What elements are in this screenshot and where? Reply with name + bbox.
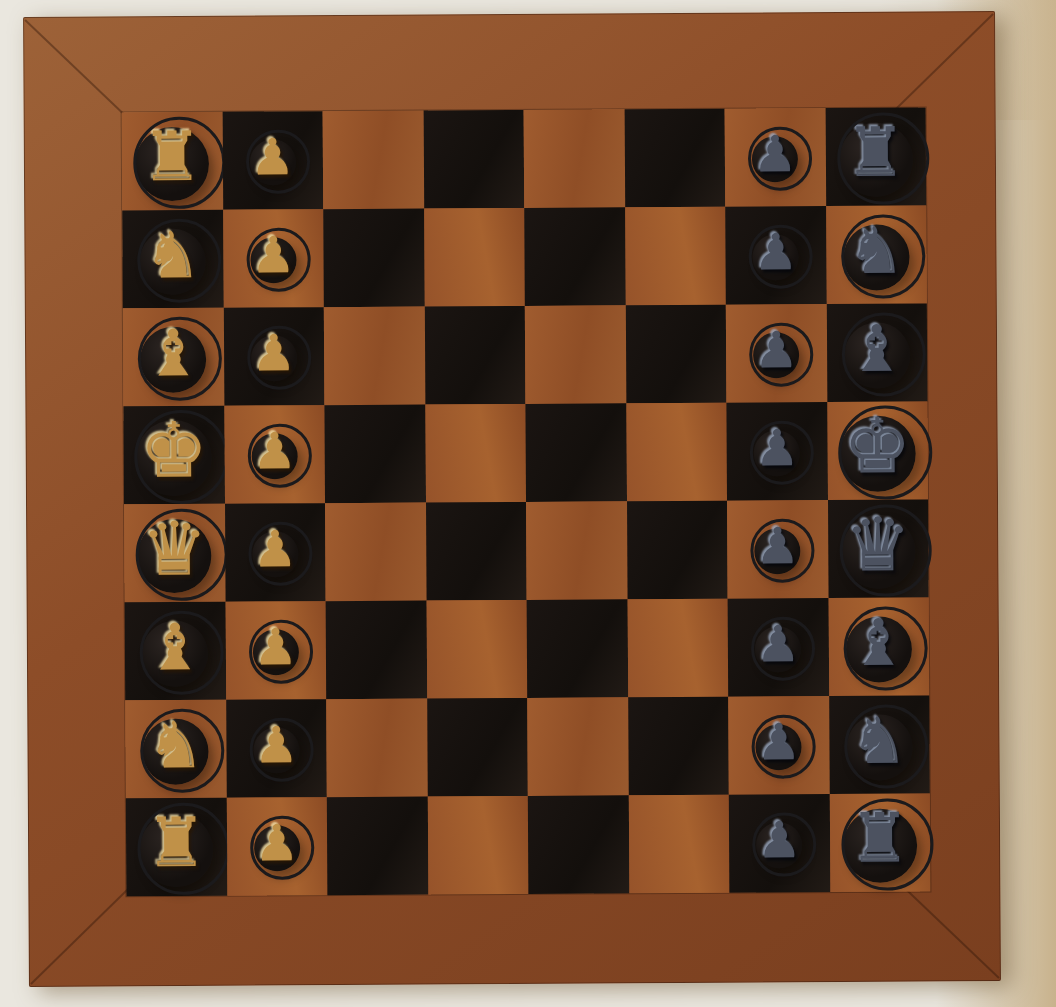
square-g2[interactable]: ♟ [223, 209, 324, 308]
square-f6[interactable] [625, 305, 726, 404]
square-c4[interactable] [426, 600, 527, 699]
square-h1[interactable]: ♜ [122, 112, 223, 211]
square-g4[interactable] [424, 208, 525, 307]
wire-ring [750, 420, 814, 484]
wire-ring [841, 214, 926, 299]
wire-ring [752, 812, 816, 876]
square-c7[interactable]: ♟ [728, 598, 829, 697]
wire-ring [137, 803, 230, 896]
square-g7[interactable]: ♟ [725, 206, 826, 305]
square-e6[interactable] [626, 403, 727, 502]
piece-white-pawn-f2[interactable]: ♟ [223, 307, 324, 406]
square-f8[interactable]: ♝ [826, 303, 927, 402]
square-d7[interactable]: ♟ [727, 500, 828, 599]
square-f4[interactable] [424, 306, 525, 405]
wire-ring [247, 326, 311, 390]
frame-miter-bottom-left [30, 887, 130, 985]
piece-black-king-e8[interactable]: ♚ [827, 401, 928, 500]
piece-black-pawn-g7[interactable]: ♟ [725, 206, 826, 305]
square-b3[interactable] [326, 699, 427, 798]
square-g3[interactable] [323, 209, 424, 308]
wire-ring [246, 130, 310, 194]
wire-ring [749, 224, 813, 288]
square-h3[interactable] [323, 111, 424, 210]
square-f1[interactable]: ♝ [123, 308, 224, 407]
square-c3[interactable] [326, 601, 427, 700]
square-h7[interactable]: ♟ [725, 108, 826, 207]
piece-white-bishop-c1[interactable]: ♝ [125, 602, 226, 701]
square-f3[interactable] [324, 307, 425, 406]
wire-ring [138, 316, 223, 401]
square-b2[interactable]: ♟ [226, 699, 327, 798]
frame-miter-top-right [894, 13, 994, 111]
square-a8[interactable]: ♜ [829, 793, 930, 892]
wire-ring [247, 424, 311, 488]
square-b4[interactable] [427, 698, 528, 797]
piece-black-queen-d8[interactable]: ♛ [828, 499, 929, 598]
wire-ring [136, 509, 229, 602]
wire-ring [140, 610, 225, 695]
piece-white-knight-b1[interactable]: ♞ [125, 700, 226, 799]
piece-black-pawn-e7[interactable]: ♟ [726, 402, 827, 501]
square-a5[interactable] [528, 795, 629, 894]
wire-ring [844, 704, 929, 789]
square-e4[interactable] [425, 404, 526, 503]
square-c6[interactable] [627, 599, 728, 698]
square-a7[interactable]: ♟ [729, 794, 830, 893]
piece-black-bishop-c8[interactable]: ♝ [828, 597, 929, 696]
square-e3[interactable] [324, 405, 425, 504]
square-h4[interactable] [423, 110, 524, 209]
wire-ring [133, 117, 226, 210]
square-b1[interactable]: ♞ [125, 700, 226, 799]
piece-black-pawn-f7[interactable]: ♟ [726, 304, 827, 403]
piece-black-pawn-a7[interactable]: ♟ [729, 794, 830, 893]
wire-ring [140, 708, 225, 793]
square-h6[interactable] [624, 109, 725, 208]
square-g6[interactable] [625, 207, 726, 306]
square-a1[interactable]: ♜ [126, 798, 227, 897]
square-f5[interactable] [525, 305, 626, 404]
square-e1[interactable]: ♚ [123, 406, 224, 505]
square-a4[interactable] [427, 796, 528, 895]
square-d4[interactable] [426, 502, 527, 601]
square-h5[interactable] [524, 109, 625, 208]
square-b8[interactable]: ♞ [829, 695, 930, 794]
piece-white-pawn-d2[interactable]: ♟ [225, 503, 326, 602]
square-d6[interactable] [627, 501, 728, 600]
square-f7[interactable]: ♟ [726, 304, 827, 403]
square-h2[interactable]: ♟ [222, 111, 323, 210]
wire-ring [249, 717, 313, 781]
square-d1[interactable]: ♛ [124, 504, 225, 603]
square-g5[interactable] [524, 207, 625, 306]
piece-black-knight-b8[interactable]: ♞ [829, 695, 930, 794]
wire-ring [248, 522, 312, 586]
square-e8[interactable]: ♚ [827, 401, 928, 500]
piece-white-pawn-a2[interactable]: ♟ [226, 797, 327, 896]
square-g8[interactable]: ♞ [826, 205, 927, 304]
piece-white-pawn-e2[interactable]: ♟ [224, 405, 325, 504]
board-grid: ♜♟♟♜♞♟♟♞♝♟♟♝♚♟♟♚♛♟♟♛♝♟♟♝♞♟♟♞♜♟♟♜ [122, 107, 931, 896]
chess-board: ♜♟♟♜♞♟♟♞♝♟♟♝♚♟♟♚♛♟♟♛♝♟♟♝♞♟♟♞♜♟♟♜ [23, 11, 1001, 987]
square-c2[interactable]: ♟ [225, 601, 326, 700]
wire-ring [839, 504, 932, 597]
square-e5[interactable] [525, 403, 626, 502]
wire-ring [749, 322, 813, 386]
piece-white-pawn-b2[interactable]: ♟ [226, 699, 327, 798]
square-e7[interactable]: ♟ [726, 402, 827, 501]
wire-ring [752, 714, 816, 778]
frame-miter-top-left [24, 19, 125, 116]
piece-black-rook-h8[interactable]: ♜ [825, 107, 926, 206]
frame-miter-bottom-right [898, 882, 999, 979]
wire-ring [748, 126, 812, 190]
wire-ring [838, 405, 933, 500]
piece-white-pawn-g2[interactable]: ♟ [223, 209, 324, 308]
piece-black-pawn-h7[interactable]: ♟ [725, 108, 826, 207]
piece-black-rook-a8[interactable]: ♜ [829, 793, 930, 892]
piece-white-rook-h1[interactable]: ♜ [122, 112, 223, 211]
piece-white-pawn-c2[interactable]: ♟ [225, 601, 326, 700]
wire-ring [837, 112, 930, 205]
square-d5[interactable] [526, 501, 627, 600]
square-d3[interactable] [325, 503, 426, 602]
square-d8[interactable]: ♛ [828, 499, 929, 598]
wire-ring [246, 228, 310, 292]
wire-ring [751, 616, 815, 680]
photo-background: ♜♟♟♜♞♟♟♞♝♟♟♝♚♟♟♚♛♟♟♛♝♟♟♝♞♟♟♞♜♟♟♜ [0, 0, 1056, 1007]
piece-black-pawn-b7[interactable]: ♟ [728, 696, 829, 795]
square-c5[interactable] [527, 599, 628, 698]
square-b7[interactable]: ♟ [728, 696, 829, 795]
wire-ring [134, 410, 229, 505]
piece-white-bishop-f1[interactable]: ♝ [123, 308, 224, 407]
square-c8[interactable]: ♝ [828, 597, 929, 696]
piece-black-knight-g8[interactable]: ♞ [826, 205, 927, 304]
square-g1[interactable]: ♞ [122, 210, 223, 309]
square-a6[interactable] [628, 795, 729, 894]
wire-ring [841, 312, 926, 397]
square-b5[interactable] [527, 697, 628, 796]
wire-ring [750, 518, 814, 582]
piece-white-rook-a1[interactable]: ♜ [126, 798, 227, 897]
piece-white-queen-d1[interactable]: ♛ [124, 504, 225, 603]
piece-white-king-e1[interactable]: ♚ [123, 406, 224, 505]
wire-ring [137, 218, 222, 303]
square-a3[interactable] [327, 797, 428, 896]
piece-black-pawn-c7[interactable]: ♟ [728, 598, 829, 697]
piece-white-knight-g1[interactable]: ♞ [122, 210, 223, 309]
piece-black-pawn-d7[interactable]: ♟ [727, 500, 828, 599]
square-f2[interactable]: ♟ [223, 307, 324, 406]
square-c1[interactable]: ♝ [125, 602, 226, 701]
piece-white-pawn-h2[interactable]: ♟ [222, 111, 323, 210]
square-e2[interactable]: ♟ [224, 405, 325, 504]
wire-ring [841, 798, 934, 891]
wire-ring [250, 815, 314, 879]
wire-ring [249, 620, 313, 684]
square-d2[interactable]: ♟ [225, 503, 326, 602]
square-a2[interactable]: ♟ [226, 797, 327, 896]
square-b6[interactable] [628, 697, 729, 796]
piece-black-bishop-f8[interactable]: ♝ [826, 303, 927, 402]
wire-ring [843, 606, 928, 691]
square-h8[interactable]: ♜ [825, 107, 926, 206]
